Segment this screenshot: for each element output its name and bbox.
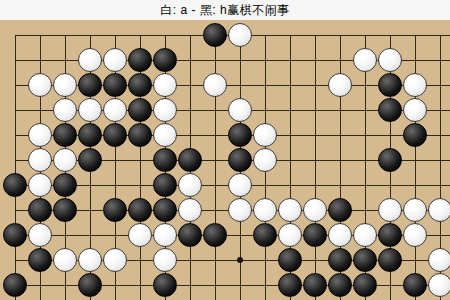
black-stone bbox=[78, 148, 102, 172]
black-stone bbox=[153, 198, 177, 222]
black-stone bbox=[153, 273, 177, 297]
black-stone bbox=[128, 98, 152, 122]
white-stone bbox=[328, 223, 352, 247]
white-stone bbox=[403, 73, 427, 97]
white-stone bbox=[278, 223, 302, 247]
white-stone bbox=[53, 73, 77, 97]
black-stone bbox=[378, 223, 402, 247]
black-stone bbox=[28, 248, 52, 272]
white-stone bbox=[153, 223, 177, 247]
white-stone bbox=[53, 248, 77, 272]
black-stone bbox=[153, 148, 177, 172]
white-stone bbox=[378, 48, 402, 72]
go-board[interactable] bbox=[0, 20, 450, 300]
white-stone bbox=[103, 248, 127, 272]
white-stone bbox=[228, 23, 252, 47]
black-stone bbox=[403, 123, 427, 147]
black-stone bbox=[378, 98, 402, 122]
white-stone bbox=[28, 148, 52, 172]
white-stone bbox=[253, 123, 277, 147]
white-stone bbox=[78, 98, 102, 122]
white-stone bbox=[353, 48, 377, 72]
white-stone bbox=[28, 73, 52, 97]
black-stone bbox=[378, 73, 402, 97]
players-title: 白: a - 黑: h赢棋不闹事 bbox=[160, 0, 289, 20]
white-stone bbox=[253, 148, 277, 172]
black-stone bbox=[3, 273, 27, 297]
white-stone bbox=[78, 248, 102, 272]
title-bar: 白: a - 黑: h赢棋不闹事 bbox=[0, 0, 450, 20]
black-stone bbox=[103, 198, 127, 222]
black-stone bbox=[228, 123, 252, 147]
black-stone bbox=[203, 23, 227, 47]
white-stone bbox=[403, 223, 427, 247]
white-stone bbox=[428, 198, 450, 222]
black-stone bbox=[3, 173, 27, 197]
white-stone bbox=[178, 198, 202, 222]
black-stone bbox=[28, 198, 52, 222]
white-stone bbox=[178, 173, 202, 197]
black-stone bbox=[278, 248, 302, 272]
black-stone bbox=[3, 223, 27, 247]
black-stone bbox=[303, 273, 327, 297]
white-stone bbox=[153, 123, 177, 147]
white-stone bbox=[328, 73, 352, 97]
black-stone bbox=[53, 198, 77, 222]
white-stone bbox=[428, 248, 450, 272]
white-stone bbox=[78, 48, 102, 72]
white-stone bbox=[153, 248, 177, 272]
black-stone bbox=[78, 123, 102, 147]
white-stone bbox=[278, 198, 302, 222]
white-stone bbox=[228, 173, 252, 197]
white-stone bbox=[153, 73, 177, 97]
white-stone bbox=[103, 48, 127, 72]
white-stone bbox=[53, 148, 77, 172]
white-stone bbox=[303, 198, 327, 222]
black-stone bbox=[353, 273, 377, 297]
white-stone bbox=[428, 273, 450, 297]
black-stone bbox=[278, 273, 302, 297]
white-stone bbox=[153, 98, 177, 122]
white-stone bbox=[28, 223, 52, 247]
white-stone bbox=[378, 198, 402, 222]
black-stone bbox=[178, 148, 202, 172]
white-stone bbox=[403, 98, 427, 122]
black-stone bbox=[128, 198, 152, 222]
black-stone bbox=[328, 248, 352, 272]
black-stone bbox=[53, 123, 77, 147]
black-stone bbox=[128, 48, 152, 72]
white-stone bbox=[103, 98, 127, 122]
black-stone bbox=[128, 123, 152, 147]
black-stone bbox=[378, 148, 402, 172]
black-stone bbox=[103, 123, 127, 147]
white-stone bbox=[128, 223, 152, 247]
white-stone bbox=[203, 73, 227, 97]
white-stone bbox=[403, 198, 427, 222]
black-stone bbox=[328, 198, 352, 222]
black-stone bbox=[78, 73, 102, 97]
black-stone bbox=[128, 73, 152, 97]
black-stone bbox=[378, 248, 402, 272]
black-stone bbox=[178, 223, 202, 247]
black-stone bbox=[53, 173, 77, 197]
black-stone bbox=[153, 173, 177, 197]
white-stone bbox=[28, 173, 52, 197]
white-stone bbox=[253, 198, 277, 222]
white-stone bbox=[53, 98, 77, 122]
black-stone bbox=[78, 273, 102, 297]
black-stone bbox=[303, 223, 327, 247]
black-stone bbox=[203, 223, 227, 247]
black-stone bbox=[228, 148, 252, 172]
black-stone bbox=[403, 273, 427, 297]
black-stone bbox=[253, 223, 277, 247]
black-stone bbox=[103, 73, 127, 97]
white-stone bbox=[228, 198, 252, 222]
black-stone bbox=[353, 248, 377, 272]
white-stone bbox=[28, 123, 52, 147]
white-stone bbox=[353, 223, 377, 247]
black-stone bbox=[153, 48, 177, 72]
star-point bbox=[237, 257, 243, 263]
black-stone bbox=[328, 273, 352, 297]
white-stone bbox=[228, 98, 252, 122]
